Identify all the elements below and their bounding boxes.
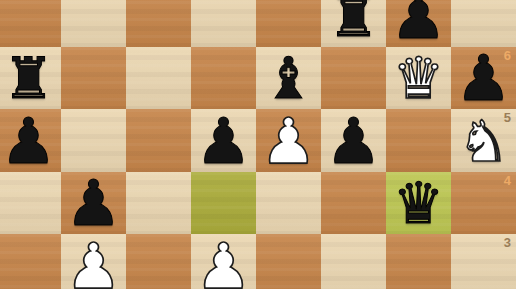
square-h4[interactable]: 4 <box>451 172 516 235</box>
square-f5[interactable]: ♟ <box>321 109 386 172</box>
square-c7[interactable] <box>126 0 191 47</box>
square-f3[interactable] <box>321 234 386 289</box>
square-d3[interactable]: ♟ <box>191 234 256 289</box>
square-e6[interactable]: ♝ <box>256 47 321 110</box>
square-e5[interactable]: ♟ <box>256 109 321 172</box>
chess-board-viewport: ♜♟♜♝♛♟6♟♟♟♟♞5♟♛4♟♟3 <box>0 0 516 289</box>
square-b4[interactable]: ♟ <box>61 172 126 235</box>
square-c4[interactable] <box>126 172 191 235</box>
square-h5[interactable]: ♞5 <box>451 109 516 172</box>
square-c6[interactable] <box>126 47 191 110</box>
square-d5[interactable]: ♟ <box>191 109 256 172</box>
square-a3[interactable] <box>0 234 61 289</box>
black-queen[interactable]: ♛ <box>393 173 444 232</box>
square-f6[interactable] <box>321 47 386 110</box>
square-g4[interactable]: ♛ <box>386 172 451 235</box>
black-rook[interactable]: ♜ <box>3 48 54 107</box>
rank-label-6: 6 <box>504 49 511 62</box>
square-e4[interactable] <box>256 172 321 235</box>
rank-label-3: 3 <box>504 236 511 249</box>
square-d6[interactable] <box>191 47 256 110</box>
black-pawn[interactable]: ♟ <box>65 170 121 235</box>
square-b5[interactable] <box>61 109 126 172</box>
square-d4[interactable] <box>191 172 256 235</box>
square-d7[interactable] <box>191 0 256 47</box>
white-knight[interactable]: ♞ <box>458 111 509 170</box>
white-pawn[interactable]: ♟ <box>65 233 121 289</box>
square-g5[interactable] <box>386 109 451 172</box>
white-pawn[interactable]: ♟ <box>195 233 251 289</box>
square-c3[interactable] <box>126 234 191 289</box>
square-a7[interactable] <box>0 0 61 47</box>
square-g7[interactable]: ♟ <box>386 0 451 47</box>
white-pawn[interactable]: ♟ <box>260 108 316 173</box>
black-pawn[interactable]: ♟ <box>195 108 251 173</box>
square-a4[interactable] <box>0 172 61 235</box>
square-c5[interactable] <box>126 109 191 172</box>
square-e7[interactable] <box>256 0 321 47</box>
black-pawn[interactable]: ♟ <box>390 0 446 48</box>
square-b3[interactable]: ♟ <box>61 234 126 289</box>
black-bishop[interactable]: ♝ <box>263 48 314 107</box>
square-a6[interactable]: ♜ <box>0 47 61 110</box>
square-h3[interactable]: 3 <box>451 234 516 289</box>
square-g6[interactable]: ♛ <box>386 47 451 110</box>
square-f7[interactable]: ♜ <box>321 0 386 47</box>
rank-label-4: 4 <box>504 174 511 187</box>
black-pawn[interactable]: ♟ <box>325 108 381 173</box>
square-h6[interactable]: ♟6 <box>451 47 516 110</box>
square-f4[interactable] <box>321 172 386 235</box>
black-pawn[interactable]: ♟ <box>0 108 56 173</box>
square-a5[interactable]: ♟ <box>0 109 61 172</box>
square-b7[interactable] <box>61 0 126 47</box>
chess-board: ♜♟♜♝♛♟6♟♟♟♟♞5♟♛4♟♟3 <box>0 0 516 289</box>
square-b6[interactable] <box>61 47 126 110</box>
rank-label-5: 5 <box>504 111 511 124</box>
square-e3[interactable] <box>256 234 321 289</box>
square-g3[interactable] <box>386 234 451 289</box>
white-queen[interactable]: ♛ <box>393 48 444 107</box>
black-rook[interactable]: ♜ <box>328 0 379 45</box>
square-h7[interactable] <box>451 0 516 47</box>
